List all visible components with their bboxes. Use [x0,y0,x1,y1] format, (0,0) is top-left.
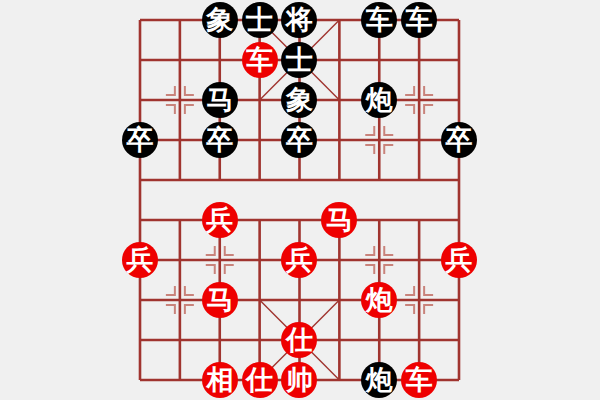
board-point-c8r4 [439,160,479,200]
board-point-c8r2 [439,80,479,120]
piece-red-bing-soldier[interactable]: 兵 [281,242,317,278]
board-point-c2r8 [200,320,240,360]
board-point-c7r8 [399,320,439,360]
board-point-c1r5 [160,200,200,240]
board-point-c5r5: 马 [319,200,359,240]
board-point-c6r5 [359,200,399,240]
board-point-c0r5 [120,200,160,240]
piece-red-bing-soldier[interactable]: 兵 [202,202,238,238]
board-point-c5r3 [319,120,359,160]
piece-red-shi-advisor[interactable]: 仕 [242,362,278,398]
board-point-c8r8 [439,320,479,360]
board-point-c6r7: 炮 [359,280,399,320]
piece-red-bing-soldier[interactable]: 兵 [122,242,158,278]
board-point-c1r7 [160,280,200,320]
board-point-c4r9: 帅 [280,360,320,400]
board-point-c8r6: 兵 [439,240,479,280]
piece-black-pao-cannon[interactable]: 炮 [361,362,397,398]
board-point-c6r9: 炮 [359,360,399,400]
board-point-c1r3 [160,120,200,160]
board-point-c2r7: 马 [200,280,240,320]
board-point-c6r1 [359,40,399,80]
board-point-c5r4 [319,160,359,200]
board-point-c5r0 [319,0,359,40]
board-point-c6r0: 车 [359,0,399,40]
board-point-c0r7 [120,280,160,320]
piece-black-jiang-general[interactable]: 将 [281,2,317,38]
piece-red-shi-advisor[interactable]: 仕 [281,322,317,358]
board-point-c2r6 [200,240,240,280]
board-point-c1r4 [160,160,200,200]
piece-black-zu-soldier[interactable]: 卒 [281,122,317,158]
piece-red-ju-chariot[interactable]: 车 [401,362,437,398]
board-point-c4r0: 将 [280,0,320,40]
board-point-c4r1: 士 [280,40,320,80]
board-point-c1r6 [160,240,200,280]
board-point-c8r7 [439,280,479,320]
board-point-c6r6 [359,240,399,280]
board-point-c5r1 [319,40,359,80]
board-point-c0r6: 兵 [120,240,160,280]
board-point-c3r0: 士 [240,0,280,40]
board-point-c3r3 [240,120,280,160]
board-point-c0r3: 卒 [120,120,160,160]
board-point-c7r0: 车 [399,0,439,40]
board-point-c7r5 [399,200,439,240]
board-point-c7r7 [399,280,439,320]
board-point-c1r9 [160,360,200,400]
board-point-c6r8 [359,320,399,360]
board-point-c2r2: 马 [200,80,240,120]
piece-black-xiang-elephant[interactable]: 象 [281,82,317,118]
board-point-c4r3: 卒 [280,120,320,160]
board-point-c7r1 [399,40,439,80]
board-point-c3r1: 车 [240,40,280,80]
piece-red-bing-soldier[interactable]: 兵 [441,242,477,278]
board-point-c2r4 [200,160,240,200]
board-point-c3r7 [240,280,280,320]
board-point-c7r2 [399,80,439,120]
board-point-c8r0 [439,0,479,40]
board-point-c5r2 [319,80,359,120]
board-point-c2r1 [200,40,240,80]
board-point-c2r0: 象 [200,0,240,40]
piece-black-pao-cannon[interactable]: 炮 [361,82,397,118]
board-point-c1r8 [160,320,200,360]
board-point-c7r4 [399,160,439,200]
board-point-c8r5 [439,200,479,240]
piece-black-shi-advisor[interactable]: 士 [281,42,317,78]
board-point-c3r8 [240,320,280,360]
board-point-c6r3 [359,120,399,160]
board-point-c0r0 [120,0,160,40]
board-point-c0r1 [120,40,160,80]
board-point-c4r7 [280,280,320,320]
board-point-c0r9 [120,360,160,400]
piece-black-ju-chariot[interactable]: 车 [401,2,437,38]
board-point-c8r1 [439,40,479,80]
board-point-c5r7 [319,280,359,320]
board-point-c1r2 [160,80,200,120]
piece-black-ma-horse[interactable]: 马 [202,82,238,118]
board-point-c5r6 [319,240,359,280]
piece-red-pao-cannon[interactable]: 炮 [361,282,397,318]
board-point-c7r9: 车 [399,360,439,400]
board-point-c3r6 [240,240,280,280]
board-point-c0r8 [120,320,160,360]
board-point-c5r8 [319,320,359,360]
board-point-c1r1 [160,40,200,80]
board-point-c5r9 [319,360,359,400]
app-background: 象士将车车车士马象炮卒卒卒卒兵马兵兵兵马炮仕相仕帅炮车 [0,0,600,400]
board-point-c2r9: 相 [200,360,240,400]
board-point-c3r4 [240,160,280,200]
piece-black-zu-soldier[interactable]: 卒 [122,122,158,158]
piece-red-ma-horse[interactable]: 马 [321,202,357,238]
board-point-c6r4 [359,160,399,200]
piece-red-xiang-elephant[interactable]: 相 [202,362,238,398]
piece-grid: 象士将车车车士马象炮卒卒卒卒兵马兵兵兵马炮仕相仕帅炮车 [120,0,479,400]
board-point-c1r0 [160,0,200,40]
piece-black-ju-chariot[interactable]: 车 [361,2,397,38]
board-point-c4r2: 象 [280,80,320,120]
board-point-c3r2 [240,80,280,120]
board-point-c4r5 [280,200,320,240]
board-point-c2r3: 卒 [200,120,240,160]
board-point-c4r4 [280,160,320,200]
board-point-c0r2 [120,80,160,120]
piece-black-zu-soldier[interactable]: 卒 [202,122,238,158]
board-point-c8r9 [439,360,479,400]
board-point-c0r4 [120,160,160,200]
piece-black-xiang-elephant[interactable]: 象 [202,2,238,38]
board-point-c6r2: 炮 [359,80,399,120]
board-point-c3r5 [240,200,280,240]
board-point-c2r5: 兵 [200,200,240,240]
board-point-c7r6 [399,240,439,280]
piece-red-shuai-general[interactable]: 帅 [281,362,317,398]
board-point-c7r3 [399,120,439,160]
xiangqi-board: 象士将车车车士马象炮卒卒卒卒兵马兵兵兵马炮仕相仕帅炮车 [0,0,600,400]
piece-black-zu-soldier[interactable]: 卒 [441,122,477,158]
board-point-c4r8: 仕 [280,320,320,360]
board-point-c8r3: 卒 [439,120,479,160]
board-point-c3r9: 仕 [240,360,280,400]
piece-red-ju-chariot[interactable]: 车 [242,42,278,78]
board-point-c4r6: 兵 [280,240,320,280]
piece-black-shi-advisor[interactable]: 士 [242,2,278,38]
piece-red-ma-horse[interactable]: 马 [202,282,238,318]
